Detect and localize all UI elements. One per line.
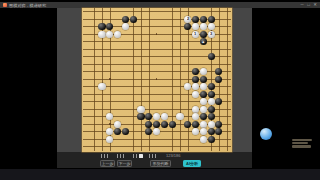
stone-white[interactable] xyxy=(192,83,199,90)
stone-white[interactable] xyxy=(114,121,121,128)
stone-black[interactable]: ▲ xyxy=(200,38,207,45)
stone-black[interactable] xyxy=(184,23,191,30)
stone-white[interactable] xyxy=(192,113,199,120)
stone-white[interactable] xyxy=(122,23,129,30)
next-move-button[interactable]: 下一步 xyxy=(117,160,132,167)
stone-black[interactable] xyxy=(184,121,191,128)
stone-white[interactable] xyxy=(114,31,121,38)
window-title: 围棋对弈 - 棋谱研究 xyxy=(9,3,46,8)
move-counter: 123/186 xyxy=(166,153,180,158)
stone-white[interactable]: 1 xyxy=(192,31,199,38)
stone-white[interactable] xyxy=(106,113,113,120)
stone-white[interactable] xyxy=(208,98,215,105)
stone-label: 3 xyxy=(210,32,212,36)
stone-white[interactable] xyxy=(137,106,144,113)
stone-black[interactable] xyxy=(161,121,168,128)
stone-black[interactable] xyxy=(122,16,129,23)
stone-black[interactable] xyxy=(153,121,160,128)
close-button[interactable]: ✕ xyxy=(313,2,317,7)
stone-white[interactable] xyxy=(208,23,215,30)
ai-analyze-button[interactable]: AI分析 xyxy=(183,160,201,167)
stone-white[interactable] xyxy=(184,83,191,90)
stone-black[interactable] xyxy=(200,16,207,23)
stone-black[interactable] xyxy=(192,76,199,83)
stone-black[interactable] xyxy=(130,16,137,23)
stone-white[interactable] xyxy=(200,121,207,128)
stone-label: 2 xyxy=(187,17,189,21)
stone-black[interactable] xyxy=(200,113,207,120)
stone-white[interactable]: 2 xyxy=(184,16,191,23)
stone-black[interactable] xyxy=(208,113,215,120)
stone-white[interactable] xyxy=(200,83,207,90)
stone-black[interactable] xyxy=(215,76,222,83)
stone-black[interactable] xyxy=(208,83,215,90)
stone-black[interactable] xyxy=(208,106,215,113)
stone-white[interactable] xyxy=(106,31,113,38)
board-grid[interactable]: 213▲ xyxy=(83,8,231,151)
stone-black[interactable] xyxy=(122,128,129,135)
stone-black[interactable] xyxy=(106,23,113,30)
stone-white[interactable] xyxy=(98,31,105,38)
stone-white[interactable] xyxy=(200,23,207,30)
go-board[interactable]: 213▲ xyxy=(82,8,232,152)
stone-label: 1 xyxy=(194,32,196,36)
stone-black[interactable] xyxy=(145,128,152,135)
stone-white[interactable]: 3 xyxy=(208,31,215,38)
star-point xyxy=(156,78,158,80)
stone-black[interactable] xyxy=(215,121,222,128)
stone-white[interactable] xyxy=(153,113,160,120)
move-slider-track[interactable] xyxy=(101,154,163,158)
star-point xyxy=(109,123,111,125)
stone-white[interactable] xyxy=(106,136,113,143)
stone-black[interactable] xyxy=(137,113,144,120)
stone-black[interactable] xyxy=(208,136,215,143)
desktop: 围棋对弈 - 棋谱研究 ─ □ ✕ 213▲ 123/186 上一步 下一步 形… xyxy=(0,0,320,180)
stone-white[interactable] xyxy=(192,106,199,113)
stone-white[interactable] xyxy=(192,91,199,98)
stone-black[interactable] xyxy=(200,31,207,38)
stone-white[interactable] xyxy=(106,128,113,135)
stone-white[interactable] xyxy=(153,128,160,135)
star-point xyxy=(109,78,111,80)
judge-button[interactable]: 形势判断 xyxy=(150,160,171,167)
stone-black[interactable] xyxy=(145,113,152,120)
stone-white[interactable] xyxy=(176,113,183,120)
stone-black[interactable] xyxy=(98,23,105,30)
stone-black[interactable] xyxy=(192,121,199,128)
star-point xyxy=(156,33,158,35)
stone-white[interactable] xyxy=(200,68,207,75)
stone-white[interactable] xyxy=(192,128,199,135)
minimize-button[interactable]: ─ xyxy=(301,2,304,7)
stone-white[interactable] xyxy=(200,136,207,143)
stone-black[interactable] xyxy=(208,16,215,23)
stone-white[interactable] xyxy=(161,113,168,120)
stone-white[interactable] xyxy=(192,23,199,30)
stone-label: ▲ xyxy=(201,40,205,44)
stone-black[interactable] xyxy=(169,121,176,128)
stone-white[interactable] xyxy=(98,83,105,90)
stone-black[interactable] xyxy=(192,16,199,23)
watermark xyxy=(292,139,312,149)
stone-white[interactable] xyxy=(200,128,207,135)
stone-black[interactable] xyxy=(208,53,215,60)
stone-white[interactable] xyxy=(200,98,207,105)
taskbar: 25°C 晴 ⊞○ ∧A中 22:15 2024/5/20 xyxy=(0,168,320,180)
stone-white[interactable] xyxy=(208,121,215,128)
stone-white[interactable] xyxy=(200,106,207,113)
stone-black[interactable] xyxy=(208,91,215,98)
stone-black[interactable] xyxy=(215,98,222,105)
stone-black[interactable] xyxy=(145,121,152,128)
stone-black[interactable] xyxy=(200,91,207,98)
stone-black[interactable] xyxy=(192,68,199,75)
app-icon xyxy=(3,3,7,7)
stone-black[interactable] xyxy=(208,128,215,135)
maximize-button[interactable]: □ xyxy=(307,2,310,7)
assistant-ball[interactable] xyxy=(260,128,272,140)
stone-black[interactable] xyxy=(215,128,222,135)
stone-black[interactable] xyxy=(200,76,207,83)
stone-black[interactable] xyxy=(215,68,222,75)
prev-move-button[interactable]: 上一步 xyxy=(100,160,115,167)
move-slider-handle[interactable] xyxy=(139,154,143,159)
stone-black[interactable] xyxy=(114,128,121,135)
